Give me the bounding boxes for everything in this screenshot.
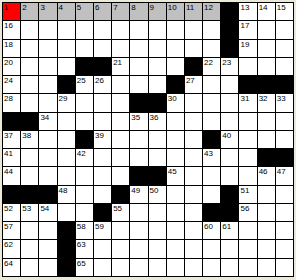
black-square-r6c8 [130, 94, 147, 111]
grid-cell-r2c4[interactable] [58, 21, 75, 38]
clue-number: 15 [277, 3, 286, 12]
grid-cell-r10c15[interactable]: 46 [258, 167, 275, 184]
grid-cell-r15c3[interactable] [39, 259, 56, 276]
clue-number: 34 [40, 113, 49, 122]
grid-cell-r14c13[interactable] [221, 240, 238, 257]
grid-cell-r3c5[interactable] [76, 40, 93, 57]
grid-cell-r4c4[interactable] [58, 58, 75, 75]
black-square-r5c14 [239, 76, 256, 93]
clue-number: 62 [4, 240, 13, 249]
grid-cell-r3c14[interactable]: 19 [239, 40, 256, 57]
grid-cell-r3c1[interactable]: 18 [3, 40, 20, 57]
grid-cell-r7c11[interactable] [185, 113, 202, 130]
grid-cell-r4c16[interactable] [276, 58, 293, 75]
grid-cell-r13c7[interactable] [112, 222, 129, 239]
grid-cell-r5c2[interactable] [21, 76, 38, 93]
clue-number: 13 [240, 3, 249, 12]
grid-cell-r5c1[interactable]: 24 [3, 76, 20, 93]
grid-cell-r1c3[interactable]: 3 [39, 3, 56, 20]
grid-cell-r13c6[interactable]: 59 [94, 222, 111, 239]
grid-cell-r13c8[interactable] [130, 222, 147, 239]
clue-number: 27 [186, 76, 195, 85]
black-square-r11c13 [221, 186, 238, 203]
grid-cell-r11c11[interactable] [185, 186, 202, 203]
grid-cell-r2c12[interactable] [203, 21, 220, 38]
grid-cell-r12c4[interactable] [58, 204, 75, 221]
clue-number: 25 [77, 76, 86, 85]
grid-cell-r14c1[interactable]: 62 [3, 240, 20, 257]
grid-cell-r14c3[interactable] [39, 240, 56, 257]
grid-cell-r10c12[interactable] [203, 167, 220, 184]
clue-number: 17 [240, 21, 249, 30]
grid-cell-r3c15[interactable] [258, 40, 275, 57]
grid-cell-r10c3[interactable] [39, 167, 56, 184]
black-square-r6c9 [149, 94, 166, 111]
grid-cell-r7c3[interactable]: 34 [39, 113, 56, 130]
grid-cell-r5c3[interactable] [39, 76, 56, 93]
grid-cell-r10c11[interactable] [185, 167, 202, 184]
grid-cell-r8c16[interactable] [276, 131, 293, 148]
clue-number: 51 [240, 186, 249, 195]
clue-number: 9 [150, 3, 154, 12]
grid-cell-r9c5[interactable]: 42 [76, 149, 93, 166]
grid-cell-r1c5[interactable]: 5 [76, 3, 93, 20]
grid-cell-r7c14[interactable] [239, 113, 256, 130]
grid-cell-r8c4[interactable] [58, 131, 75, 148]
grid-cell-r15c10[interactable] [167, 259, 184, 276]
grid-cell-r1c7[interactable]: 7 [112, 3, 129, 20]
grid-cell-r3c8[interactable] [130, 40, 147, 57]
black-square-r9c16 [276, 149, 293, 166]
grid-cell-r10c13[interactable] [221, 167, 238, 184]
grid-cell-r5c5[interactable]: 25 [76, 76, 93, 93]
grid-cell-r2c10[interactable] [167, 21, 184, 38]
grid-cell-r6c5[interactable] [76, 94, 93, 111]
grid-cell-r11c10[interactable] [167, 186, 184, 203]
grid-cell-r8c14[interactable] [239, 131, 256, 148]
grid-cell-r13c14[interactable] [239, 222, 256, 239]
grid-cell-r2c5[interactable] [76, 21, 93, 38]
clue-number: 1 [4, 3, 8, 12]
grid-cell-r6c16[interactable]: 33 [276, 94, 293, 111]
clue-number: 40 [222, 131, 231, 140]
grid-cell-r1c8[interactable]: 8 [130, 3, 147, 20]
clue-number: 65 [77, 259, 86, 268]
grid-cell-r3c4[interactable] [58, 40, 75, 57]
grid-cell-r12c2[interactable]: 53 [21, 204, 38, 221]
clue-number: 36 [150, 113, 159, 122]
grid-cell-r10c4[interactable] [58, 167, 75, 184]
grid-cell-r15c9[interactable] [149, 259, 166, 276]
clue-number: 12 [204, 3, 213, 12]
grid-cell-r6c7[interactable] [112, 94, 129, 111]
black-square-r5c15 [258, 76, 275, 93]
black-square-r4c5 [76, 58, 93, 75]
clue-number: 57 [4, 222, 13, 231]
grid-cell-r2c3[interactable] [39, 21, 56, 38]
grid-cell-r12c14[interactable]: 56 [239, 204, 256, 221]
grid-cell-r4c12[interactable]: 22 [203, 58, 220, 75]
grid-cell-r7c10[interactable] [167, 113, 184, 130]
clue-number: 52 [4, 204, 13, 213]
grid-cell-r2c1[interactable]: 16 [3, 21, 20, 38]
grid-cell-r6c15[interactable]: 32 [258, 94, 275, 111]
grid-cell-r7c13[interactable] [221, 113, 238, 130]
grid-cell-r3c2[interactable] [21, 40, 38, 57]
clue-number: 56 [240, 204, 249, 213]
grid-cell-r6c12[interactable] [203, 94, 220, 111]
grid-cell-r8c1[interactable]: 37 [3, 131, 20, 148]
grid-cell-r15c16[interactable] [276, 259, 293, 276]
grid-cell-r9c11[interactable] [185, 149, 202, 166]
black-square-r11c2 [21, 186, 38, 203]
clue-number: 11 [186, 3, 194, 12]
clue-number: 35 [131, 113, 140, 122]
black-square-r8c5 [76, 131, 93, 148]
grid-cell-r8c15[interactable] [258, 131, 275, 148]
grid-cell-r2c2[interactable] [21, 21, 38, 38]
grid-cell-r11c15[interactable] [258, 186, 275, 203]
grid-cell-r5c9[interactable] [149, 76, 166, 93]
clue-number: 22 [204, 58, 213, 67]
clue-number: 49 [131, 186, 140, 195]
grid-cell-r7c16[interactable] [276, 113, 293, 130]
grid-cell-r9c3[interactable] [39, 149, 56, 166]
clue-number: 30 [168, 94, 177, 103]
clue-number: 19 [240, 40, 249, 49]
grid-cell-r14c6[interactable] [94, 240, 111, 257]
grid-cell-r2c8[interactable] [130, 21, 147, 38]
clue-number: 63 [77, 240, 86, 249]
clue-number: 14 [259, 3, 268, 12]
clue-number: 29 [59, 94, 68, 103]
grid-cell-r1c12[interactable]: 12 [203, 3, 220, 20]
clue-number: 33 [277, 94, 286, 103]
grid-cell-r4c2[interactable] [21, 58, 38, 75]
grid-cell-r8c2[interactable]: 38 [21, 131, 38, 148]
grid-cell-r10c1[interactable]: 44 [3, 167, 20, 184]
grid-cell-r11c6[interactable] [94, 186, 111, 203]
grid-cell-r8c7[interactable] [112, 131, 129, 148]
grid-cell-r12c9[interactable] [149, 204, 166, 221]
clue-number: 32 [259, 94, 268, 103]
grid-cell-r4c10[interactable] [167, 58, 184, 75]
clue-number: 41 [4, 149, 13, 158]
grid-cell-r6c14[interactable]: 31 [239, 94, 256, 111]
clue-number: 20 [4, 58, 13, 67]
grid-cell-r13c16[interactable] [276, 222, 293, 239]
grid-cell-r7c15[interactable] [258, 113, 275, 130]
clue-number: 53 [22, 204, 31, 213]
grid-cell-r13c11[interactable] [185, 222, 202, 239]
black-square-r13c4 [58, 222, 75, 239]
clue-number: 45 [168, 167, 177, 176]
clue-number: 24 [4, 76, 13, 85]
black-square-r10c9 [149, 167, 166, 184]
grid-cell-r2c7[interactable] [112, 21, 129, 38]
grid-cell-r10c6[interactable] [94, 167, 111, 184]
grid-cell-r6c13[interactable] [221, 94, 238, 111]
grid-cell-r1c16[interactable]: 15 [276, 3, 293, 20]
clue-number: 39 [95, 131, 104, 140]
grid-cell-r1c9[interactable]: 9 [149, 3, 166, 20]
grid-cell-r8c13[interactable]: 40 [221, 131, 238, 148]
grid-cell-r7c4[interactable] [58, 113, 75, 130]
grid-cell-r3c16[interactable] [276, 40, 293, 57]
grid-cell-r15c8[interactable] [130, 259, 147, 276]
black-square-r3c13 [221, 40, 238, 57]
crossword-grid: 1234567891011121314151617181920212223242… [2, 2, 294, 277]
grid-cell-r2c14[interactable]: 17 [239, 21, 256, 38]
clue-number: 6 [95, 3, 99, 12]
grid-cell-r9c2[interactable] [21, 149, 38, 166]
grid-cell-r15c6[interactable] [94, 259, 111, 276]
clue-number: 50 [150, 186, 159, 195]
clue-number: 64 [4, 259, 13, 268]
grid-cell-r9c6[interactable] [94, 149, 111, 166]
grid-cell-r15c7[interactable] [112, 259, 129, 276]
grid-cell-r13c12[interactable]: 60 [203, 222, 220, 239]
grid-cell-r8c9[interactable] [149, 131, 166, 148]
grid-cell-r15c12[interactable] [203, 259, 220, 276]
grid-cell-r1c4[interactable]: 4 [58, 3, 75, 20]
grid-cell-r13c13[interactable]: 61 [221, 222, 238, 239]
grid-cell-r8c11[interactable] [185, 131, 202, 148]
grid-cell-r4c3[interactable] [39, 58, 56, 75]
grid-cell-r6c11[interactable] [185, 94, 202, 111]
grid-cell-r11c4[interactable]: 48 [58, 186, 75, 203]
grid-cell-r15c14[interactable] [239, 259, 256, 276]
black-square-r15c4 [58, 259, 75, 276]
clue-number: 23 [222, 58, 231, 67]
grid-cell-r10c5[interactable] [76, 167, 93, 184]
grid-cell-r7c7[interactable] [112, 113, 129, 130]
grid-cell-r9c4[interactable] [58, 149, 75, 166]
grid-cell-r9c7[interactable] [112, 149, 129, 166]
grid-cell-r11c16[interactable] [276, 186, 293, 203]
black-square-r5c16 [276, 76, 293, 93]
grid-cell-r12c3[interactable]: 54 [39, 204, 56, 221]
grid-cell-r15c5[interactable]: 65 [76, 259, 93, 276]
grid-cell-r7c9[interactable]: 36 [149, 113, 166, 130]
clue-number: 5 [77, 3, 81, 12]
black-square-r12c13 [221, 204, 238, 221]
grid-cell-r8c6[interactable]: 39 [94, 131, 111, 148]
grid-cell-r9c13[interactable] [221, 149, 238, 166]
black-square-r5c10 [167, 76, 184, 93]
black-square-r14c4 [58, 240, 75, 257]
black-square-r8c12 [203, 131, 220, 148]
black-square-r5c4 [58, 76, 75, 93]
grid-cell-r9c14[interactable] [239, 149, 256, 166]
grid-cell-r6c3[interactable] [39, 94, 56, 111]
grid-cell-r12c1[interactable]: 52 [3, 204, 20, 221]
clue-number: 46 [259, 167, 268, 176]
grid-cell-r4c14[interactable] [239, 58, 256, 75]
grid-cell-r11c12[interactable] [203, 186, 220, 203]
grid-cell-r14c8[interactable] [130, 240, 147, 257]
grid-cell-r12c15[interactable] [258, 204, 275, 221]
black-square-r10c8 [130, 167, 147, 184]
grid-cell-r14c2[interactable] [21, 240, 38, 257]
grid-cell-r4c7[interactable]: 21 [112, 58, 129, 75]
grid-cell-r3c12[interactable] [203, 40, 220, 57]
grid-cell-r1c15[interactable]: 14 [258, 3, 275, 20]
grid-cell-r10c14[interactable] [239, 167, 256, 184]
grid-cell-r11c9[interactable]: 50 [149, 186, 166, 203]
clue-number: 26 [95, 76, 104, 85]
grid-cell-r3c3[interactable] [39, 40, 56, 57]
grid-cell-r5c7[interactable] [112, 76, 129, 93]
clue-number: 48 [59, 186, 68, 195]
grid-cell-r14c14[interactable] [239, 240, 256, 257]
black-square-r4c6 [94, 58, 111, 75]
grid-cell-r3c11[interactable] [185, 40, 202, 57]
clue-number: 8 [131, 3, 135, 12]
clue-number: 37 [4, 131, 13, 140]
grid-cell-r1c1[interactable]: 1 [3, 3, 20, 20]
grid-cell-r12c5[interactable] [76, 204, 93, 221]
grid-cell-r14c16[interactable] [276, 240, 293, 257]
clue-number: 54 [40, 204, 49, 213]
grid-cell-r4c13[interactable]: 23 [221, 58, 238, 75]
grid-cell-r2c9[interactable] [149, 21, 166, 38]
grid-cell-r9c12[interactable]: 43 [203, 149, 220, 166]
grid-cell-r3c9[interactable] [149, 40, 166, 57]
grid-cell-r12c11[interactable] [185, 204, 202, 221]
grid-cell-r6c10[interactable]: 30 [167, 94, 184, 111]
clue-number: 61 [222, 222, 231, 231]
clue-number: 28 [4, 94, 13, 103]
grid-cell-r1c10[interactable]: 10 [167, 3, 184, 20]
black-square-r1c13 [221, 3, 238, 20]
black-square-r11c7 [112, 186, 129, 203]
grid-cell-r1c11[interactable]: 11 [185, 3, 202, 20]
grid-cell-r15c13[interactable] [221, 259, 238, 276]
grid-cell-r1c6[interactable]: 6 [94, 3, 111, 20]
grid-cell-r6c4[interactable]: 29 [58, 94, 75, 111]
grid-cell-r13c10[interactable] [167, 222, 184, 239]
grid-cell-r12c10[interactable] [167, 204, 184, 221]
grid-cell-r2c16[interactable] [276, 21, 293, 38]
grid-cell-r2c15[interactable] [258, 21, 275, 38]
grid-cell-r8c10[interactable] [167, 131, 184, 148]
grid-cell-r15c11[interactable] [185, 259, 202, 276]
grid-cell-r4c9[interactable] [149, 58, 166, 75]
grid-cell-r9c8[interactable] [130, 149, 147, 166]
clue-number: 43 [204, 149, 213, 158]
grid-cell-r4c1[interactable]: 20 [3, 58, 20, 75]
clue-number: 2 [22, 3, 26, 12]
clue-number: 44 [4, 167, 13, 176]
grid-cell-r13c3[interactable] [39, 222, 56, 239]
black-square-r9c15 [258, 149, 275, 166]
clue-number: 16 [4, 21, 13, 30]
clue-number: 55 [113, 204, 122, 213]
grid-cell-r9c9[interactable] [149, 149, 166, 166]
grid-cell-r13c9[interactable] [149, 222, 166, 239]
grid-cell-r14c10[interactable] [167, 240, 184, 257]
grid-cell-r11c14[interactable]: 51 [239, 186, 256, 203]
clue-number: 21 [113, 58, 122, 67]
grid-cell-r3c7[interactable] [112, 40, 129, 57]
grid-cell-r14c12[interactable] [203, 240, 220, 257]
grid-cell-r14c11[interactable] [185, 240, 202, 257]
grid-cell-r5c6[interactable]: 26 [94, 76, 111, 93]
grid-cell-r15c1[interactable]: 64 [3, 259, 20, 276]
grid-cell-r12c8[interactable] [130, 204, 147, 221]
grid-cell-r8c8[interactable] [130, 131, 147, 148]
grid-cell-r3c10[interactable] [167, 40, 184, 57]
grid-cell-r7c12[interactable] [203, 113, 220, 130]
grid-cell-r2c11[interactable] [185, 21, 202, 38]
clue-number: 4 [59, 3, 63, 12]
grid-cell-r9c10[interactable] [167, 149, 184, 166]
grid-cell-r11c5[interactable] [76, 186, 93, 203]
grid-cell-r14c9[interactable] [149, 240, 166, 257]
grid-cell-r11c8[interactable]: 49 [130, 186, 147, 203]
clue-number: 7 [113, 3, 117, 12]
clue-number: 47 [277, 167, 286, 176]
grid-cell-r4c15[interactable] [258, 58, 275, 75]
clue-number: 18 [4, 40, 13, 49]
black-square-r12c6 [94, 204, 111, 221]
black-square-r11c3 [39, 186, 56, 203]
grid-cell-r9c1[interactable]: 41 [3, 149, 20, 166]
grid-cell-r1c2[interactable]: 2 [21, 3, 38, 20]
grid-cell-r14c15[interactable] [258, 240, 275, 257]
grid-cell-r13c1[interactable]: 57 [3, 222, 20, 239]
grid-cell-r5c8[interactable] [130, 76, 147, 93]
grid-cell-r1c14[interactable]: 13 [239, 3, 256, 20]
grid-cell-r5c11[interactable]: 27 [185, 76, 202, 93]
grid-cell-r5c12[interactable] [203, 76, 220, 93]
grid-cell-r10c7[interactable] [112, 167, 129, 184]
grid-cell-r12c7[interactable]: 55 [112, 204, 129, 221]
grid-cell-r7c5[interactable] [76, 113, 93, 130]
grid-cell-r15c2[interactable] [21, 259, 38, 276]
grid-cell-r14c5[interactable]: 63 [76, 240, 93, 257]
grid-cell-r3c6[interactable] [94, 40, 111, 57]
black-square-r4c11 [185, 58, 202, 75]
grid-cell-r6c1[interactable]: 28 [3, 94, 20, 111]
grid-cell-r13c2[interactable] [21, 222, 38, 239]
grid-cell-r15c15[interactable] [258, 259, 275, 276]
grid-cell-r6c2[interactable] [21, 94, 38, 111]
grid-cell-r10c16[interactable]: 47 [276, 167, 293, 184]
clue-number: 59 [95, 222, 104, 231]
grid-cell-r12c16[interactable] [276, 204, 293, 221]
grid-cell-r7c8[interactable]: 35 [130, 113, 147, 130]
black-square-r12c12 [203, 204, 220, 221]
black-square-r2c13 [221, 21, 238, 38]
clue-number: 10 [168, 3, 177, 12]
grid-cell-r10c10[interactable]: 45 [167, 167, 184, 184]
grid-cell-r14c7[interactable] [112, 240, 129, 257]
clue-number: 31 [240, 94, 249, 103]
grid-cell-r5c13[interactable] [221, 76, 238, 93]
clue-number: 42 [77, 149, 86, 158]
grid-cell-r10c2[interactable] [21, 167, 38, 184]
grid-cell-r6c6[interactable] [94, 94, 111, 111]
black-square-r7c2 [21, 113, 38, 130]
grid-cell-r7c6[interactable] [94, 113, 111, 130]
grid-cell-r4c8[interactable] [130, 58, 147, 75]
grid-cell-r13c15[interactable] [258, 222, 275, 239]
grid-cell-r8c3[interactable] [39, 131, 56, 148]
grid-cell-r13c5[interactable]: 58 [76, 222, 93, 239]
grid-cell-r2c6[interactable] [94, 21, 111, 38]
